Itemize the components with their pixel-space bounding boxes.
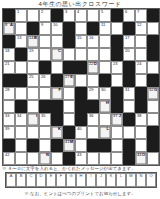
grid-cell[interactable]: N [39,152,51,165]
grid-cell-black [3,35,15,48]
cell-number: 36 [89,114,93,118]
grid-cell-black [147,9,159,22]
grid-cell-black [99,139,111,152]
grid-cell[interactable]: 43 [75,152,87,165]
answer-box-label: N [137,174,145,178]
grid-cell[interactable] [111,126,123,139]
grid-cell[interactable] [135,126,147,139]
cell-number: 21 [5,62,9,66]
cell-number: 35 [41,114,45,118]
grid-cell[interactable]: 10 [51,22,63,35]
grid-cell[interactable]: 24 [135,61,147,74]
cell-number: 6 [125,10,127,14]
cell-number: 39 [5,127,9,131]
grid-cell[interactable] [99,152,111,165]
grid-cell[interactable]: 9 [39,22,51,35]
answer-box-label: I [87,174,95,178]
grid-cell[interactable] [63,113,75,126]
answer-box[interactable]: O [146,173,156,187]
grid-cell[interactable] [87,126,99,139]
cell-letter: E [70,75,73,79]
cell-number: 11 [101,23,105,27]
grid-cell[interactable] [123,100,135,113]
grid-cell-black [39,100,51,113]
grid-cell-black [111,48,123,61]
cell-number: 8 [5,23,7,27]
cell-number: 4 [77,10,79,14]
grid-cell[interactable] [123,126,135,139]
cell-number: 12 [137,23,141,27]
grid-cell[interactable]: 28 [3,87,15,100]
grid-cell[interactable]: 1 [15,9,27,22]
cell-number: 40 [77,127,81,131]
grid-cell-black [87,100,99,113]
grid-cell[interactable] [147,100,159,113]
grid-cell[interactable] [111,152,123,165]
grid-cell[interactable] [99,35,111,48]
grid-cell[interactable]: 19 [27,48,39,61]
grid-cell[interactable]: 38 [135,113,147,126]
cell-number: 30 [101,88,105,92]
grid-cell[interactable] [3,100,15,113]
grid-cell[interactable]: 15 [75,35,87,48]
grid-cell-black [3,139,15,152]
grid-cell[interactable]: 41M [63,139,75,152]
grid-cell-black [111,87,123,100]
grid-cell[interactable] [135,74,147,87]
grid-cell-black [63,22,75,35]
grid-cell[interactable]: 8A [3,22,15,35]
grid-cell[interactable]: 4 [75,9,87,22]
grid-cell[interactable]: 2 [39,9,51,22]
instruction-text: ※ Ａ〜Ｏに文字を入れると、かくれたメッセージが出てきます。 [2,166,158,171]
cell-number: 25 [29,75,33,79]
answer-box-label: E [47,174,55,178]
grid-cell-black [135,100,147,113]
grid-cell[interactable] [135,139,147,152]
grid-cell[interactable] [39,48,51,61]
answer-box[interactable]: K [106,173,116,187]
grid-cell[interactable] [99,48,111,61]
grid-cell-black [135,87,147,100]
cell-number: 19 [29,49,33,53]
cell-number: 14 [29,36,33,40]
grid-cell[interactable] [87,9,99,22]
cell-number: 31 [125,88,129,92]
cell-letter: D [94,62,97,66]
cell-number: 5 [101,10,103,14]
grid-cell[interactable]: 30 [99,87,111,100]
grid-cell[interactable]: 18 [3,48,15,61]
cell-number: 27 [65,75,69,79]
cell-number: 7 [137,10,139,14]
answer-box-label: G [67,174,75,178]
answer-box[interactable]: B [16,173,26,187]
grid-cell[interactable]: 13 [15,35,27,48]
grid-cell[interactable]: 39 [3,126,15,139]
grid-cell-black [63,61,75,74]
grid-cell-black [63,152,75,165]
grid-cell[interactable]: 37J [111,113,123,126]
cell-letter: I [36,114,37,118]
grid-cell-black [27,22,39,35]
grid-cell[interactable] [99,61,111,74]
cell-letter: B [34,36,37,40]
grid-cell-black [63,35,75,48]
grid-cell[interactable] [75,48,87,61]
cell-number: 3 [65,10,67,14]
grid-cell[interactable]: 16 [87,35,99,48]
grid-cell[interactable] [147,22,159,35]
grid-cell[interactable]: K [51,126,63,139]
grid-cell[interactable] [15,22,27,35]
answer-box-label: A [7,174,15,178]
cell-number: 37 [113,114,117,118]
answer-box[interactable]: G [66,173,76,187]
grid-cell[interactable]: C [51,48,63,61]
grid-cell-black [87,22,99,35]
grid-cell[interactable]: 36 [87,113,99,126]
answer-box[interactable]: I [86,173,96,187]
answer-box-label: D [37,174,45,178]
answer-box[interactable]: D [36,173,46,187]
grid-cell[interactable]: 42 [3,152,15,165]
grid-cell[interactable]: 29 [87,87,99,100]
grid-cell-black [147,139,159,152]
cell-number: 16 [89,36,93,40]
grid-cell-black [51,9,63,22]
cell-number: 29 [89,88,93,92]
cell-letter: J [119,114,121,118]
cell-number: 10 [53,23,57,27]
grid-cell[interactable]: 23 [111,61,123,74]
grid-cell-black [15,48,27,61]
grid-cell[interactable] [147,152,159,165]
grid-cell[interactable] [87,152,99,165]
cell-letter: F [59,88,61,92]
grid-cell-black [123,22,135,35]
grid-cell[interactable]: 25 [27,74,39,87]
grid-cell[interactable]: H [99,100,111,113]
cell-number: 38 [137,114,141,118]
cell-number: 17 [125,36,129,40]
grid-cell-black [123,74,135,87]
grid-cell[interactable]: 22D [87,61,99,74]
grid-cell[interactable]: 31 [123,87,135,100]
grid-cell[interactable] [15,139,27,152]
grid-cell[interactable] [27,100,39,113]
grid-cell[interactable] [39,87,51,100]
grid-cell[interactable] [99,113,111,126]
cell-letter: M [70,140,73,144]
cell-number: 42 [5,153,9,157]
cell-number: 32 [149,88,153,92]
cell-number: 13 [17,36,21,40]
grid-cell[interactable] [87,74,99,87]
cell-letter: O [142,153,145,157]
grid-cell[interactable] [75,139,87,152]
cell-number: 18 [5,49,9,53]
cell-number: 23 [113,62,117,66]
grid-cell[interactable] [75,22,87,35]
grid-cell[interactable]: 27E [63,74,75,87]
grid-cell[interactable] [111,139,123,152]
grid-cell[interactable] [39,35,51,48]
grid-cell[interactable]: 35 [39,113,51,126]
grid-cell[interactable]: 34 [15,113,27,126]
grid-cell-black [123,113,135,126]
cell-number: 15 [77,36,81,40]
grid-cell-black [51,139,63,152]
answer-box[interactable]: J [96,173,106,187]
grid-cell[interactable]: 11 [99,22,111,35]
grid-cell-black [39,61,51,74]
grid-cell-black [111,35,123,48]
grid-cell[interactable] [27,87,39,100]
grid-cell[interactable]: 3 [63,9,75,22]
grid-cell[interactable]: F [51,87,63,100]
crossword-grid: 12345678A91011121314B1516171819C202122D2… [2,8,160,166]
cell-number: 2 [41,10,43,14]
cell-number: 43 [77,153,81,157]
grid-cell[interactable]: L [99,126,111,139]
cell-number: 44 [137,153,141,157]
answer-box-label: H [77,174,85,178]
grid-cell-black [75,87,87,100]
grid-cell[interactable]: 21 [3,61,15,74]
answer-box-label: C [27,174,35,178]
grid-cell-black [51,100,63,113]
grid-cell[interactable]: 40 [75,126,87,139]
answer-box[interactable]: F [56,173,66,187]
cell-letter: L [107,127,109,131]
grid-cell-black [15,74,27,87]
answer-box-label: K [107,174,115,178]
grid-cell[interactable]: 32G [147,87,159,100]
cell-number: 28 [5,88,9,92]
answer-box-label: B [17,174,25,178]
grid-cell-black [87,139,99,152]
grid-cell[interactable] [111,74,123,87]
cell-letter: H [106,101,109,105]
grid-cell[interactable]: I [27,113,39,126]
cell-number: 24 [137,62,141,66]
grid-cell-black [123,152,135,165]
cell-letter: A [10,23,13,27]
grid-cell[interactable]: 33 [3,113,15,126]
grid-cell-black [27,139,39,152]
answer-box[interactable]: A [6,173,16,187]
grid-cell[interactable] [27,61,39,74]
grid-cell-black [147,74,159,87]
grid-cell-black [63,126,75,139]
grid-cell-black [111,9,123,22]
grid-cell-black [111,100,123,113]
cell-letter: G [154,88,157,92]
answer-box-label: M [127,174,135,178]
grid-cell-black [51,113,63,126]
grid-cell[interactable] [51,61,63,74]
grid-cell[interactable] [63,100,75,113]
cell-number: 20 [125,49,129,53]
grid-cell[interactable] [15,87,27,100]
grid-cell[interactable]: 44O [135,152,147,165]
answer-box-label: O [147,174,155,178]
grid-cell-black [3,9,15,22]
footnote-text: ※ なお、ヒントはべつのプリントでお知らせします。 [2,191,158,196]
grid-cell[interactable] [39,126,51,139]
grid-cell[interactable] [63,48,75,61]
cell-letter: K [58,127,61,131]
grid-cell[interactable]: 17 [123,35,135,48]
cell-number: 9 [41,23,43,27]
grid-cell[interactable] [15,126,27,139]
grid-cell[interactable] [87,48,99,61]
grid-cell[interactable] [147,113,159,126]
cell-number: 1 [17,10,19,14]
answer-box-label: F [57,174,65,178]
page-title: 4年生の思い出クロスワード [0,1,160,8]
grid-cell-black [75,100,87,113]
answer-box[interactable]: L [116,173,126,187]
grid-cell[interactable]: 12 [135,22,147,35]
cell-letter: C [58,49,61,53]
grid-cell[interactable] [27,152,39,165]
grid-cell[interactable]: 7 [135,9,147,22]
grid-cell-black [3,74,15,87]
grid-cell-black [147,35,159,48]
answer-box[interactable]: M [126,173,136,187]
grid-cell-black [147,48,159,61]
grid-cell[interactable]: 26 [39,74,51,87]
answer-box-label: L [117,174,125,178]
cell-number: 22 [89,62,93,66]
cell-number: 34 [17,114,21,118]
grid-cell[interactable] [51,152,63,165]
grid-cell[interactable]: 20 [123,48,135,61]
answer-box[interactable]: N [136,173,146,187]
grid-cell-black [15,100,27,113]
grid-cell[interactable] [15,152,27,165]
grid-cell[interactable] [147,61,159,74]
grid-cell-black [147,126,159,139]
grid-cell[interactable] [63,87,75,100]
grid-cell[interactable] [135,35,147,48]
answer-box-label: J [97,174,105,178]
cell-number: 26 [41,75,45,79]
grid-cell[interactable] [75,74,87,87]
grid-cell[interactable] [39,139,51,152]
answer-box[interactable]: E [46,173,56,187]
grid-cell-black [51,74,63,87]
grid-cell[interactable] [15,61,27,74]
grid-cell[interactable] [51,35,63,48]
grid-cell[interactable] [27,126,39,139]
grid-cell[interactable]: 14B [27,35,39,48]
grid-cell[interactable] [111,22,123,35]
grid-cell-black [123,139,135,152]
grid-cell-black [123,61,135,74]
grid-cell[interactable]: 5 [99,9,111,22]
grid-cell-black [75,113,87,126]
grid-cell-black [99,74,111,87]
grid-cell[interactable] [135,48,147,61]
grid-cell[interactable] [27,9,39,22]
answer-box[interactable]: H [76,173,86,187]
grid-cell-black [75,61,87,74]
answer-strip: ABCDEFGHIJKLMNO [5,172,157,188]
cell-number: 33 [5,114,9,118]
cell-letter: N [46,153,49,157]
answer-box[interactable]: C [26,173,36,187]
grid-cell[interactable]: 6 [123,9,135,22]
